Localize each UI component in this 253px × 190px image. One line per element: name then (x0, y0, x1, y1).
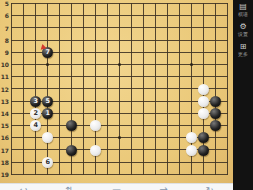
row-coordinate-label: 11 (0, 73, 9, 80)
sidebar-item-kifu-label: 棋谱 (238, 11, 248, 17)
move-number: 4 (33, 122, 38, 129)
row-coordinate-label: 12 (0, 86, 9, 93)
row-coordinate-label: 6 (0, 12, 9, 19)
move-number: 2 (33, 110, 38, 117)
row-coordinate-label: 18 (0, 159, 9, 166)
bottom-toolbar: ↩ ⇅ ▭ ⇄ ↻ (0, 183, 233, 190)
sidebar-item-kifu[interactable]: ▤ 棋谱 (238, 2, 248, 17)
white-stone (186, 145, 197, 156)
sidebar-item-settings-label: 设置 (238, 31, 248, 37)
right-sidebar: ▤ 棋谱 ⚙ 设置 ⊞ 更多 (233, 0, 253, 190)
row-coordinate-label: 9 (0, 49, 9, 56)
white-stone: 6 (42, 157, 53, 168)
row-coordinate-label: 7 (0, 25, 9, 32)
white-stone (198, 108, 209, 119)
white-stone (198, 96, 209, 107)
row-coordinate-label: 14 (0, 110, 9, 117)
white-stone (198, 84, 209, 95)
white-stone (90, 145, 101, 156)
rotate-icon[interactable]: ↻ (206, 185, 214, 190)
move-number: 6 (45, 159, 50, 166)
black-stone (210, 108, 221, 119)
more-icon: ⊞ (240, 42, 247, 51)
go-app-screen: 56789101112131415161718191234567 ▤ 棋谱 ⚙ … (0, 0, 253, 190)
gear-icon: ⚙ (239, 22, 246, 31)
black-stone: 3 (30, 96, 41, 107)
row-coordinate-label: 5 (0, 0, 9, 7)
go-board[interactable]: 56789101112131415161718191234567 (0, 0, 233, 190)
row-coordinate-label: 8 (0, 37, 9, 44)
black-stone: 5 (42, 96, 53, 107)
black-stone (210, 96, 221, 107)
move-number: 7 (45, 49, 50, 56)
undo-icon[interactable]: ↩ (19, 185, 27, 190)
move-number: 5 (45, 98, 50, 105)
kifu-list-icon: ▤ (239, 2, 247, 11)
sidebar-item-settings[interactable]: ⚙ 设置 (238, 22, 248, 37)
sidebar-item-more[interactable]: ⊞ 更多 (238, 42, 248, 57)
move-number: 3 (33, 98, 38, 105)
board-icon[interactable]: ▭ (112, 185, 121, 190)
black-stone: 1 (42, 108, 53, 119)
black-stone: 7 (42, 47, 53, 58)
row-coordinate-label: 17 (0, 147, 9, 154)
row-coordinate-label: 16 (0, 134, 9, 141)
row-coordinate-label: 13 (0, 98, 9, 105)
row-coordinate-label: 15 (0, 122, 9, 129)
black-stone (66, 145, 77, 156)
black-stone (198, 145, 209, 156)
move-number: 1 (45, 110, 50, 117)
sidebar-item-more-label: 更多 (238, 51, 248, 57)
moves-icon[interactable]: ⇅ (65, 185, 73, 190)
white-stone: 2 (30, 108, 41, 119)
row-coordinate-label: 19 (0, 171, 9, 178)
row-coordinate-label: 10 (0, 61, 9, 68)
swap-icon[interactable]: ⇄ (159, 185, 167, 190)
